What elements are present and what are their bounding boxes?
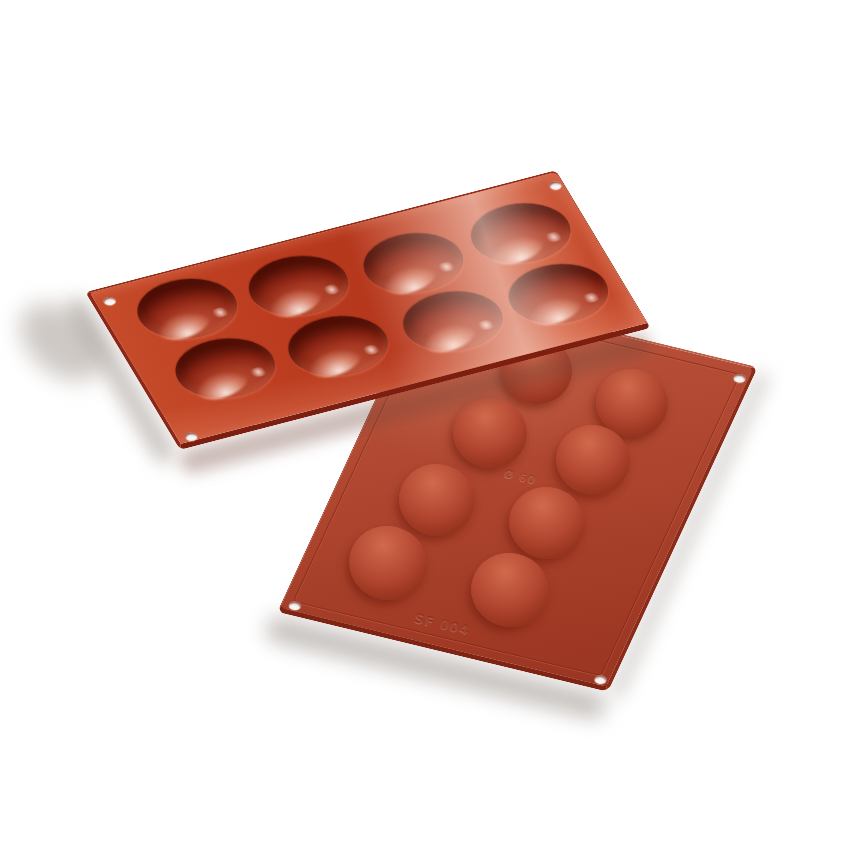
top-mold-cavity-1 [123,269,249,347]
top-mold-cavity-4 [457,194,583,272]
top-mold-cavity-6 [274,306,400,384]
top-mold-corner-hole-2 [547,180,563,191]
bottom-mold-corner-hole-3 [593,674,608,685]
top-mold-cavity-8 [494,254,620,332]
scene: Ø 60SF 004 [0,0,850,850]
top-mold-cavity-3 [350,223,476,301]
top-mold-corner-hole-1 [101,295,117,306]
top-mold-cavity-5 [161,329,287,407]
top-mold-corner-hole-3 [183,431,199,442]
top-mold-cavity-2 [235,246,361,324]
